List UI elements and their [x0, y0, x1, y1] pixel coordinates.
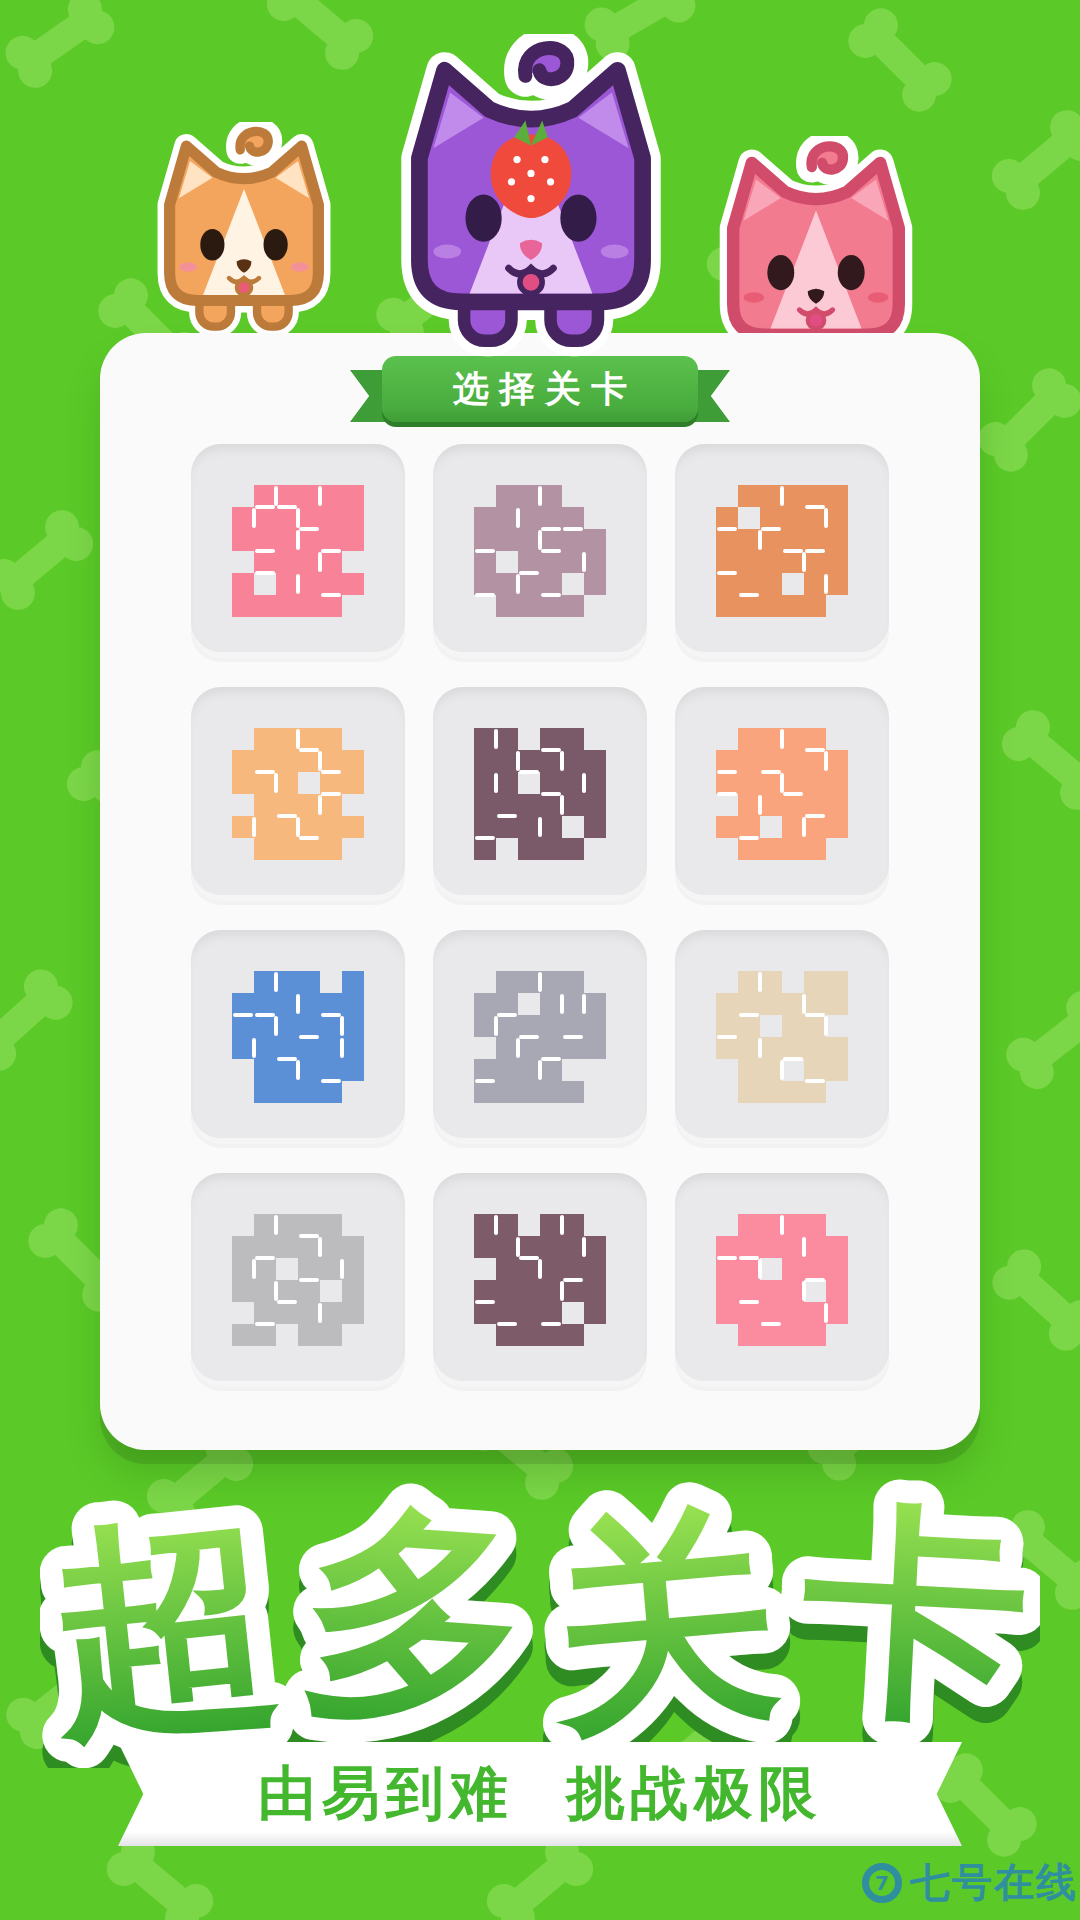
- maze-wall: [538, 530, 542, 550]
- maze-wall: [299, 1234, 319, 1238]
- title-char: 关: [536, 1482, 788, 1763]
- maze-cell: [320, 485, 342, 507]
- maze-wall: [255, 549, 275, 553]
- maze-cell: [518, 529, 540, 551]
- maze-wall: [582, 1237, 586, 1257]
- maze-cell: [298, 1015, 320, 1037]
- maze-cell: [826, 772, 848, 794]
- maze-cell: [804, 1059, 826, 1081]
- maze-cell: [738, 485, 760, 507]
- maze-cell: [276, 816, 298, 838]
- maze-wall: [739, 836, 759, 840]
- maze-cell: [782, 1037, 804, 1059]
- maze-wall: [541, 549, 561, 553]
- maze-wall: [582, 773, 586, 793]
- maze-wall: [780, 1060, 784, 1080]
- maze-cell: [760, 507, 782, 529]
- maze-cell: [540, 1258, 562, 1280]
- maze-cell: [826, 1302, 848, 1324]
- level-tile-6[interactable]: [675, 687, 889, 901]
- maze-cell: [474, 772, 496, 794]
- maze-cell: [738, 816, 760, 838]
- maze-wall: [274, 486, 278, 506]
- bone-icon: [0, 503, 100, 617]
- maze-wall: [519, 1035, 539, 1039]
- maze-cell: [276, 1037, 298, 1059]
- maze-cell: [562, 1324, 584, 1346]
- maze-cell: [496, 971, 518, 993]
- maze-cell: [298, 573, 320, 595]
- maze-cell: [276, 794, 298, 816]
- maze-cell: [540, 551, 562, 573]
- maze-cell: [474, 551, 496, 573]
- maze-wall: [475, 836, 495, 840]
- maze-wall: [475, 593, 495, 597]
- maze-cell: [298, 993, 320, 1015]
- maze-cell: [232, 816, 254, 838]
- maze-cell: [254, 1037, 276, 1059]
- level-tile-2[interactable]: [433, 444, 647, 658]
- maze-wall: [541, 748, 561, 752]
- maze-cell: [760, 971, 782, 993]
- level-tile-10[interactable]: [191, 1173, 405, 1387]
- maze-cell: [540, 728, 562, 750]
- maze-cell: [474, 507, 496, 529]
- maze-wall: [761, 1322, 781, 1326]
- maze-cell: [496, 1324, 518, 1346]
- maze-cell: [738, 728, 760, 750]
- maze-cell: [474, 750, 496, 772]
- maze-cell: [474, 1214, 496, 1236]
- maze-cell: [782, 1236, 804, 1258]
- maze-cell: [562, 971, 584, 993]
- maze-cell: [496, 993, 518, 1015]
- maze-wall: [758, 530, 762, 550]
- maze-wall: [497, 1013, 517, 1017]
- maze-cell: [276, 1059, 298, 1081]
- maze-cell: [738, 1214, 760, 1236]
- maze-cell: [232, 750, 254, 772]
- maze-cell: [540, 971, 562, 993]
- maze-cell: [804, 1236, 826, 1258]
- bone-icon: [985, 103, 1080, 217]
- maze-wall: [758, 1038, 762, 1058]
- maze-cell: [474, 1081, 496, 1103]
- level-tile-12[interactable]: [675, 1173, 889, 1387]
- maze-cell: [738, 1015, 760, 1037]
- maze-cell: [518, 794, 540, 816]
- title-char: 卡: [796, 1477, 1034, 1750]
- maze-cell: [298, 971, 320, 993]
- maze-cell: [518, 1302, 540, 1324]
- maze-cell: [562, 772, 584, 794]
- maze-cell: [276, 529, 298, 551]
- maze-wall: [802, 1237, 806, 1257]
- maze-cell: [254, 816, 276, 838]
- maze-cell: [496, 1280, 518, 1302]
- maze-cell: [276, 728, 298, 750]
- maze-cell: [804, 1302, 826, 1324]
- maze-cell: [562, 507, 584, 529]
- maze-cell: [232, 507, 254, 529]
- maze-cell: [782, 1015, 804, 1037]
- maze-cell: [760, 772, 782, 794]
- maze-cell: [496, 595, 518, 617]
- maze-cell: [232, 529, 254, 551]
- maze-cell: [342, 1059, 364, 1081]
- maze-cell: [804, 573, 826, 595]
- maze-cell: [496, 507, 518, 529]
- maze-cell: [254, 1236, 276, 1258]
- maze-thumbnail: [232, 485, 364, 617]
- maze-cell: [804, 485, 826, 507]
- maze-wall: [233, 1013, 253, 1017]
- maze-cell: [496, 1236, 518, 1258]
- maze-cell: [562, 1280, 584, 1302]
- maze-wall: [318, 751, 322, 771]
- maze-cell: [716, 573, 738, 595]
- maze-cell: [804, 1015, 826, 1037]
- maze-wall: [252, 817, 256, 837]
- maze-cell: [254, 595, 276, 617]
- maze-cell: [474, 1280, 496, 1302]
- maze-cell: [540, 1302, 562, 1324]
- maze-thumbnail: [474, 728, 606, 860]
- maze-cell: [540, 838, 562, 860]
- maze-wall: [541, 1322, 561, 1326]
- maze-cell: [804, 551, 826, 573]
- maze-cell: [716, 529, 738, 551]
- maze-cell: [232, 1258, 254, 1280]
- maze-cell: [540, 772, 562, 794]
- maze-wall: [563, 1278, 583, 1282]
- maze-cell: [298, 1037, 320, 1059]
- maze-cell: [320, 772, 342, 794]
- maze-cell: [298, 1214, 320, 1236]
- maze-cell: [540, 794, 562, 816]
- maze-cell: [804, 1258, 826, 1280]
- maze-cell: [716, 772, 738, 794]
- maze-cell: [342, 1015, 364, 1037]
- maze-cell: [320, 1059, 342, 1081]
- maze-cell: [320, 1015, 342, 1037]
- maze-wall: [255, 505, 275, 509]
- maze-cell: [782, 485, 804, 507]
- maze-cell: [232, 1037, 254, 1059]
- maze-wall: [318, 795, 322, 815]
- level-tile-5[interactable]: [433, 687, 647, 901]
- maze-cell: [518, 1280, 540, 1302]
- maze-cell: [716, 1280, 738, 1302]
- maze-cell: [738, 1324, 760, 1346]
- maze-cell: [760, 1037, 782, 1059]
- maze-cell: [826, 750, 848, 772]
- maze-cell: [738, 794, 760, 816]
- level-tile-3[interactable]: [675, 444, 889, 658]
- maze-cell: [496, 750, 518, 772]
- maze-wall: [299, 527, 319, 531]
- maze-thumbnail: [716, 728, 848, 860]
- maze-wall: [560, 751, 564, 771]
- maze-cell: [760, 1081, 782, 1103]
- maze-cell: [826, 551, 848, 573]
- maze-wall: [516, 574, 520, 594]
- maze-wall: [538, 817, 542, 837]
- maze-cell: [562, 595, 584, 617]
- maze-cell: [826, 529, 848, 551]
- maze-wall: [758, 795, 762, 815]
- maze-cell: [474, 993, 496, 1015]
- maze-wall: [824, 1016, 828, 1036]
- maze-wall: [541, 792, 561, 796]
- maze-wall: [296, 1060, 300, 1080]
- maze-cell: [518, 816, 540, 838]
- bone-icon: [985, 1242, 1080, 1357]
- maze-wall: [717, 527, 737, 531]
- maze-cell: [738, 1037, 760, 1059]
- maze-wall: [805, 1013, 825, 1017]
- maze-cell: [496, 772, 518, 794]
- maze-thumbnail: [232, 971, 364, 1103]
- maze-cell: [782, 993, 804, 1015]
- maze-cell: [298, 750, 320, 772]
- maze-cell: [804, 507, 826, 529]
- maze-wall: [321, 593, 341, 597]
- maze-wall: [541, 593, 561, 597]
- maze-wall: [296, 729, 300, 749]
- maze-wall: [497, 1322, 517, 1326]
- maze-cell: [584, 529, 606, 551]
- maze-cell: [496, 1302, 518, 1324]
- maze-cell: [562, 728, 584, 750]
- maze-wall: [255, 1256, 275, 1260]
- maze-wall: [494, 773, 498, 793]
- maze-cell: [298, 838, 320, 860]
- maze-cell: [232, 1324, 254, 1346]
- maze-cell: [584, 1037, 606, 1059]
- maze-wall: [541, 527, 561, 531]
- maze-cell: [474, 794, 496, 816]
- maze-cell: [562, 1236, 584, 1258]
- maze-wall: [318, 486, 322, 506]
- maze-wall: [739, 593, 759, 597]
- level-tile-11[interactable]: [433, 1173, 647, 1387]
- maze-cell: [584, 993, 606, 1015]
- maze-cell: [760, 750, 782, 772]
- maze-cell: [342, 1280, 364, 1302]
- maze-cell: [342, 507, 364, 529]
- maze-wall: [274, 1215, 278, 1235]
- maze-cell: [320, 728, 342, 750]
- maze-cell: [342, 993, 364, 1015]
- maze-cell: [804, 529, 826, 551]
- maze-wall: [494, 1215, 498, 1235]
- maze-wall: [299, 1278, 319, 1282]
- maze-cell: [474, 838, 496, 860]
- maze-wall: [475, 1079, 495, 1083]
- maze-cell: [254, 772, 276, 794]
- maze-cell: [298, 794, 320, 816]
- maze-cell: [320, 551, 342, 573]
- maze-cell: [782, 1258, 804, 1280]
- maze-cell: [716, 750, 738, 772]
- maze-cell: [804, 816, 826, 838]
- maze-wall: [296, 994, 300, 1014]
- maze-cell: [254, 750, 276, 772]
- maze-cell: [320, 1258, 342, 1280]
- maze-wall: [296, 817, 300, 837]
- bone-icon: [841, 1, 958, 118]
- maze-wall: [475, 1300, 495, 1304]
- maze-cell: [496, 529, 518, 551]
- maze-cell: [826, 1258, 848, 1280]
- watermark: 7 七号在线: [862, 1855, 1078, 1910]
- maze-wall: [824, 508, 828, 528]
- maze-cell: [738, 1059, 760, 1081]
- level-tile-4[interactable]: [191, 687, 405, 901]
- maze-cell: [540, 750, 562, 772]
- maze-cell: [518, 1037, 540, 1059]
- maze-wall: [805, 505, 825, 509]
- maze-thumbnail: [474, 1214, 606, 1346]
- maze-cell: [760, 1059, 782, 1081]
- maze-cell: [782, 772, 804, 794]
- maze-cell: [584, 1236, 606, 1258]
- maze-cell: [760, 838, 782, 860]
- maze-cell: [804, 1081, 826, 1103]
- maze-cell: [474, 529, 496, 551]
- maze-cell: [826, 1236, 848, 1258]
- maze-cell: [804, 1214, 826, 1236]
- maze-cell: [474, 1015, 496, 1037]
- maze-cell: [716, 1037, 738, 1059]
- maze-cell: [320, 1324, 342, 1346]
- maze-cell: [496, 1059, 518, 1081]
- maze-cell: [276, 1302, 298, 1324]
- maze-cell: [782, 529, 804, 551]
- maze-cell: [540, 573, 562, 595]
- level-tile-9[interactable]: [675, 930, 889, 1144]
- maze-cell: [518, 750, 540, 772]
- maze-wall: [538, 972, 542, 992]
- maze-cell: [254, 971, 276, 993]
- maze-wall: [277, 505, 297, 509]
- maze-cell: [254, 1258, 276, 1280]
- maze-cell: [254, 1324, 276, 1346]
- bone-icon: [999, 984, 1080, 1096]
- maze-cell: [540, 1037, 562, 1059]
- bone-icon: [995, 703, 1080, 817]
- maze-wall: [321, 792, 341, 796]
- maze-thumbnail: [474, 971, 606, 1103]
- maze-cell: [562, 1214, 584, 1236]
- maze-cell: [760, 1324, 782, 1346]
- maze-cell: [738, 750, 760, 772]
- maze-cell: [782, 1081, 804, 1103]
- maze-cell: [716, 551, 738, 573]
- maze-wall: [274, 1281, 278, 1301]
- maze-cell: [474, 573, 496, 595]
- maze-cell: [342, 485, 364, 507]
- maze-cell: [232, 1280, 254, 1302]
- maze-cell: [804, 772, 826, 794]
- maze-wall: [582, 994, 586, 1014]
- maze-cell: [298, 595, 320, 617]
- maze-cell: [298, 1258, 320, 1280]
- maze-cell: [738, 1280, 760, 1302]
- maze-cell: [518, 838, 540, 860]
- maze-wall: [494, 729, 498, 749]
- maze-wall: [277, 1057, 297, 1061]
- bone-icon: [0, 0, 121, 94]
- maze-wall: [761, 770, 781, 774]
- maze-thumbnail: [716, 1214, 848, 1346]
- maze-cell: [496, 816, 518, 838]
- maze-wall: [758, 1259, 762, 1279]
- maze-cell: [804, 595, 826, 617]
- maze-cell: [760, 595, 782, 617]
- maze-cell: [342, 816, 364, 838]
- maze-wall: [560, 994, 564, 1014]
- level-tile-8[interactable]: [433, 930, 647, 1144]
- maze-cell: [804, 1324, 826, 1346]
- maze-cell: [518, 971, 540, 993]
- maze-cell: [496, 485, 518, 507]
- maze-cell: [826, 1037, 848, 1059]
- maze-cell: [320, 794, 342, 816]
- maze-wall: [824, 751, 828, 771]
- title-char: 超: [40, 1484, 290, 1768]
- maze-cell: [716, 993, 738, 1015]
- maze-cell: [826, 507, 848, 529]
- maze-cell: [716, 1258, 738, 1280]
- maze-cell: [320, 1081, 342, 1103]
- maze-cell: [738, 971, 760, 993]
- maze-wall: [252, 508, 256, 528]
- level-tile-7[interactable]: [191, 930, 405, 1144]
- maze-wall: [255, 1013, 275, 1017]
- maze-cell: [342, 1302, 364, 1324]
- maze-cell: [562, 794, 584, 816]
- maze-cell: [474, 728, 496, 750]
- maze-cell: [716, 1015, 738, 1037]
- maze-cell: [342, 1258, 364, 1280]
- maze-cell: [540, 595, 562, 617]
- maze-cell: [782, 507, 804, 529]
- maze-wall: [340, 1016, 344, 1036]
- maze-cell: [496, 1258, 518, 1280]
- maze-wall: [758, 972, 762, 992]
- maze-cell: [738, 993, 760, 1015]
- maze-wall: [321, 770, 341, 774]
- maze-wall: [717, 792, 737, 796]
- maze-wall: [318, 552, 322, 572]
- maze-cell: [518, 1059, 540, 1081]
- level-tile-1[interactable]: [191, 444, 405, 658]
- maze-cell: [232, 595, 254, 617]
- maze-wall: [717, 1035, 737, 1039]
- maze-cell: [320, 573, 342, 595]
- maze-wall: [299, 836, 319, 840]
- maze-wall: [560, 1281, 564, 1301]
- maze-cell: [804, 750, 826, 772]
- maze-thumbnail: [232, 1214, 364, 1346]
- maze-cell: [298, 728, 320, 750]
- maze-cell: [540, 485, 562, 507]
- maze-cell: [518, 551, 540, 573]
- maze-cell: [584, 794, 606, 816]
- maze-thumbnail: [716, 485, 848, 617]
